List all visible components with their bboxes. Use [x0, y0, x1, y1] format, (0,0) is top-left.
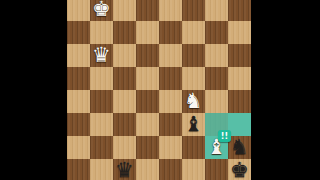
piece-white-knight[interactable]: ♞	[182, 90, 205, 113]
piece-black-knight[interactable]: ♞	[228, 136, 251, 159]
square-b4[interactable]	[205, 67, 228, 90]
square-h6[interactable]	[67, 113, 90, 136]
square-b1[interactable]	[205, 0, 228, 21]
square-h1[interactable]	[67, 0, 90, 21]
square-d4[interactable]	[159, 67, 182, 90]
square-c1[interactable]	[182, 0, 205, 21]
square-b8[interactable]	[205, 159, 228, 180]
square-c3[interactable]	[182, 44, 205, 67]
square-e6[interactable]	[136, 113, 159, 136]
letterbox-bar-right	[251, 0, 320, 180]
square-b5[interactable]	[205, 90, 228, 113]
square-f2[interactable]	[113, 21, 136, 44]
square-c6[interactable]: ♝	[182, 113, 205, 136]
square-a3[interactable]	[228, 44, 251, 67]
square-c2[interactable]	[182, 21, 205, 44]
square-g7[interactable]	[90, 136, 113, 159]
square-d8[interactable]	[159, 159, 182, 180]
square-g5[interactable]	[90, 90, 113, 113]
chess-board[interactable]: !! ♚♛♞♝♝♞♛♚	[67, 0, 251, 180]
square-f8[interactable]: ♛	[113, 159, 136, 180]
square-f3[interactable]	[113, 44, 136, 67]
piece-white-king[interactable]: ♚	[90, 0, 113, 21]
square-h8[interactable]	[67, 159, 90, 180]
square-d1[interactable]	[159, 0, 182, 21]
square-e8[interactable]	[136, 159, 159, 180]
square-g4[interactable]	[90, 67, 113, 90]
square-d5[interactable]	[159, 90, 182, 113]
square-e7[interactable]	[136, 136, 159, 159]
square-a7[interactable]: ♞	[228, 136, 251, 159]
square-d3[interactable]	[159, 44, 182, 67]
square-a6[interactable]	[228, 113, 251, 136]
square-e5[interactable]	[136, 90, 159, 113]
video-frame: !! ♚♛♞♝♝♞♛♚	[0, 0, 320, 180]
square-a5[interactable]	[228, 90, 251, 113]
square-f7[interactable]	[113, 136, 136, 159]
square-a2[interactable]	[228, 21, 251, 44]
square-f1[interactable]	[113, 0, 136, 21]
square-g3[interactable]: ♛	[90, 44, 113, 67]
square-c7[interactable]	[182, 136, 205, 159]
square-c5[interactable]: ♞	[182, 90, 205, 113]
square-h2[interactable]	[67, 21, 90, 44]
square-a1[interactable]	[228, 0, 251, 21]
square-h7[interactable]	[67, 136, 90, 159]
square-h5[interactable]	[67, 90, 90, 113]
square-b3[interactable]	[205, 44, 228, 67]
brilliant-move-badge: !!	[218, 130, 231, 142]
square-e1[interactable]	[136, 0, 159, 21]
square-d2[interactable]	[159, 21, 182, 44]
square-e2[interactable]	[136, 21, 159, 44]
square-c8[interactable]	[182, 159, 205, 180]
square-h3[interactable]	[67, 44, 90, 67]
square-f5[interactable]	[113, 90, 136, 113]
piece-black-bishop[interactable]: ♝	[182, 113, 205, 136]
square-d7[interactable]	[159, 136, 182, 159]
piece-white-queen[interactable]: ♛	[90, 44, 113, 67]
square-a4[interactable]	[228, 67, 251, 90]
last-move-highlight	[228, 113, 251, 136]
square-e3[interactable]	[136, 44, 159, 67]
square-g6[interactable]	[90, 113, 113, 136]
square-e4[interactable]	[136, 67, 159, 90]
piece-black-queen[interactable]: ♛	[113, 159, 136, 180]
square-f6[interactable]	[113, 113, 136, 136]
square-a8[interactable]: ♚	[228, 159, 251, 180]
square-g2[interactable]	[90, 21, 113, 44]
square-h4[interactable]	[67, 67, 90, 90]
square-c4[interactable]	[182, 67, 205, 90]
square-b2[interactable]	[205, 21, 228, 44]
square-d6[interactable]	[159, 113, 182, 136]
square-g1[interactable]: ♚	[90, 0, 113, 21]
square-g8[interactable]	[90, 159, 113, 180]
square-f4[interactable]	[113, 67, 136, 90]
piece-black-king[interactable]: ♚	[228, 159, 251, 180]
letterbox-bar-left	[0, 0, 67, 180]
